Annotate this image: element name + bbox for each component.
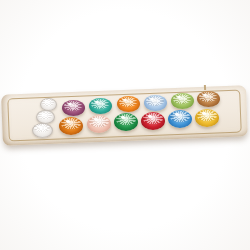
gem-store-3-clear[interactable] — [32, 123, 53, 138]
gem-store-1-clear[interactable] — [40, 98, 57, 111]
gem-bottom-6-yellow[interactable] — [195, 109, 219, 127]
gem-top-6-amber[interactable] — [197, 91, 220, 107]
gem-bottom-2-peach[interactable] — [87, 115, 111, 133]
gem-top-3-orange[interactable] — [117, 96, 140, 112]
gem-bottom-1-orange[interactable] — [59, 117, 83, 135]
gem-store-2-clear[interactable] — [36, 110, 55, 124]
pieces-layer — [0, 0, 250, 250]
gem-bottom-4-red[interactable] — [141, 112, 165, 130]
gem-top-1-purple[interactable] — [62, 100, 85, 116]
gem-bottom-5-blue[interactable] — [168, 110, 192, 128]
gem-top-5-light-green[interactable] — [171, 93, 194, 109]
gem-bottom-3-green[interactable] — [114, 113, 138, 131]
gem-top-4-light-blue[interactable] — [144, 95, 167, 111]
gem-top-2-teal[interactable] — [89, 98, 112, 114]
photo-scene — [0, 0, 250, 250]
